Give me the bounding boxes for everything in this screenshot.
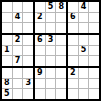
cell-r1c3[interactable]: [23, 2, 33, 12]
cell-r8c4[interactable]: [35, 79, 45, 89]
cell-r9c9[interactable]: [89, 89, 99, 99]
cell-r7c3[interactable]: [23, 68, 33, 78]
box-r3c1: 835: [2, 68, 33, 99]
box-r2c1: 217: [2, 35, 33, 66]
cell-r9c1[interactable]: 5: [2, 89, 12, 99]
cell-r6c9[interactable]: [89, 56, 99, 66]
cell-r8c2[interactable]: [13, 79, 23, 89]
cell-r5c1[interactable]: 1: [2, 46, 12, 56]
cell-r2c2[interactable]: 4: [13, 13, 23, 23]
cell-r1c1[interactable]: [2, 2, 12, 12]
sudoku-board: 45824621763583592: [0, 0, 101, 101]
cell-r2c3[interactable]: [23, 13, 33, 23]
cell-r9c6[interactable]: [56, 89, 66, 99]
cell-r4c1[interactable]: [2, 35, 12, 45]
cell-r4c4[interactable]: 6: [35, 35, 45, 45]
cell-r3c8[interactable]: [79, 23, 89, 33]
box-r2c2: 63: [35, 35, 66, 66]
box-r3c2: 9: [35, 68, 66, 99]
cell-r1c4[interactable]: [35, 2, 45, 12]
cell-r2c5[interactable]: [46, 13, 56, 23]
cell-r7c5[interactable]: [46, 68, 56, 78]
cell-r3c1[interactable]: [2, 23, 12, 33]
cell-r3c9[interactable]: [89, 23, 99, 33]
cell-r7c4[interactable]: 9: [35, 68, 45, 78]
cell-r5c7[interactable]: [68, 46, 78, 56]
cell-r9c4[interactable]: [35, 89, 45, 99]
cell-r4c2[interactable]: 2: [13, 35, 23, 45]
cell-r6c8[interactable]: [79, 56, 89, 66]
box-r1c2: 582: [35, 2, 66, 33]
cell-r7c1[interactable]: [2, 68, 12, 78]
cell-r1c6[interactable]: 8: [56, 2, 66, 12]
cell-r7c2[interactable]: [13, 68, 23, 78]
cell-r8c3[interactable]: 3: [23, 79, 33, 89]
cell-r1c5[interactable]: 5: [46, 2, 56, 12]
cell-r8c7[interactable]: [68, 79, 78, 89]
cell-r8c8[interactable]: [79, 79, 89, 89]
cell-r4c9[interactable]: [89, 35, 99, 45]
cell-r5c2[interactable]: [13, 46, 23, 56]
cell-r7c8[interactable]: [79, 68, 89, 78]
cell-r5c6[interactable]: [56, 46, 66, 56]
cell-r2c1[interactable]: [2, 13, 12, 23]
cell-r2c9[interactable]: [89, 13, 99, 23]
cell-r8c9[interactable]: [89, 79, 99, 89]
cell-r8c5[interactable]: [46, 79, 56, 89]
cell-r5c5[interactable]: [46, 46, 56, 56]
cell-r1c9[interactable]: [89, 2, 99, 12]
cell-r5c3[interactable]: [23, 46, 33, 56]
cell-r9c3[interactable]: [23, 89, 33, 99]
cell-r2c4[interactable]: 2: [35, 13, 45, 23]
cell-r2c7[interactable]: 6: [68, 13, 78, 23]
cell-r4c7[interactable]: [68, 35, 78, 45]
box-r1c1: 4: [2, 2, 33, 33]
cell-r4c5[interactable]: 3: [46, 35, 56, 45]
cell-r6c6[interactable]: [56, 56, 66, 66]
cell-r4c6[interactable]: [56, 35, 66, 45]
cell-r7c9[interactable]: [89, 68, 99, 78]
cell-r9c2[interactable]: [13, 89, 23, 99]
cell-r6c1[interactable]: [2, 56, 12, 66]
cell-r3c5[interactable]: [46, 23, 56, 33]
cell-r5c4[interactable]: [35, 46, 45, 56]
cell-r1c7[interactable]: [68, 2, 78, 12]
cell-r5c8[interactable]: 5: [79, 46, 89, 56]
box-r2c3: 5: [68, 35, 99, 66]
cell-r1c2[interactable]: [13, 2, 23, 12]
cell-r9c8[interactable]: [79, 89, 89, 99]
cell-r4c3[interactable]: [23, 35, 33, 45]
cell-r3c3[interactable]: [23, 23, 33, 33]
cell-r7c6[interactable]: [56, 68, 66, 78]
box-r1c3: 46: [68, 2, 99, 33]
cell-r6c7[interactable]: [68, 56, 78, 66]
cell-r6c4[interactable]: [35, 56, 45, 66]
cell-r9c5[interactable]: [46, 89, 56, 99]
cell-r4c8[interactable]: [79, 35, 89, 45]
cell-r9c7[interactable]: [68, 89, 78, 99]
cell-r3c2[interactable]: [13, 23, 23, 33]
cell-r2c8[interactable]: [79, 13, 89, 23]
cell-r3c6[interactable]: [56, 23, 66, 33]
cell-r6c3[interactable]: [23, 56, 33, 66]
cell-r3c7[interactable]: [68, 23, 78, 33]
cell-r8c1[interactable]: 8: [2, 79, 12, 89]
cell-r7c7[interactable]: 2: [68, 68, 78, 78]
cell-r5c9[interactable]: [89, 46, 99, 56]
cell-r1c8[interactable]: 4: [79, 2, 89, 12]
cell-r2c6[interactable]: [56, 13, 66, 23]
cell-r6c2[interactable]: 7: [13, 56, 23, 66]
cell-r3c4[interactable]: [35, 23, 45, 33]
box-r3c3: 2: [68, 68, 99, 99]
cell-r8c6[interactable]: [56, 79, 66, 89]
cell-r6c5[interactable]: [46, 56, 56, 66]
